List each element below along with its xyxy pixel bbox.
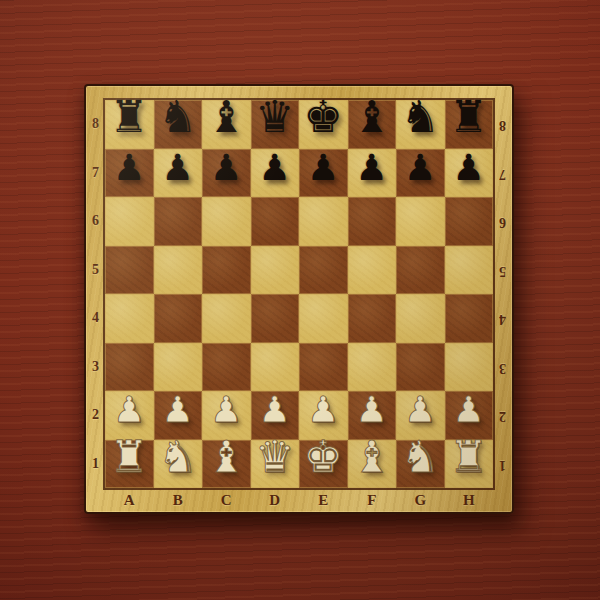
piece-white-knight[interactable]: ♞ (401, 435, 440, 479)
square-d5[interactable] (251, 246, 300, 295)
square-g5[interactable] (396, 246, 445, 295)
square-h4[interactable] (445, 294, 494, 343)
square-b7[interactable]: ♟ (154, 149, 203, 198)
square-e1[interactable]: ♚ (299, 440, 348, 489)
square-f4[interactable] (348, 294, 397, 343)
piece-black-rook[interactable]: ♜ (449, 95, 488, 139)
square-a4[interactable] (105, 294, 154, 343)
rank-label-right-3: 3 (493, 343, 512, 392)
square-h7[interactable]: ♟ (445, 149, 494, 198)
square-d6[interactable] (251, 197, 300, 246)
piece-black-pawn[interactable]: ♟ (307, 150, 339, 186)
piece-black-bishop[interactable]: ♝ (352, 95, 391, 139)
piece-white-pawn[interactable]: ♟ (404, 392, 436, 428)
file-label-h: H (445, 488, 494, 512)
square-d7[interactable]: ♟ (251, 149, 300, 198)
rank-label-right-2: 2 (493, 391, 512, 440)
square-b1[interactable]: ♞ (154, 440, 203, 489)
square-c6[interactable] (202, 197, 251, 246)
square-f6[interactable] (348, 197, 397, 246)
square-d8[interactable]: ♛ (251, 100, 300, 149)
piece-black-pawn[interactable]: ♟ (162, 150, 194, 186)
piece-white-pawn[interactable]: ♟ (259, 392, 291, 428)
file-label-f: F (348, 488, 397, 512)
piece-black-rook[interactable]: ♜ (110, 95, 149, 139)
square-c7[interactable]: ♟ (202, 149, 251, 198)
square-a1[interactable]: ♜ (105, 440, 154, 489)
square-g3[interactable] (396, 343, 445, 392)
square-h1[interactable]: ♜ (445, 440, 494, 489)
square-f8[interactable]: ♝ (348, 100, 397, 149)
square-a5[interactable] (105, 246, 154, 295)
square-f5[interactable] (348, 246, 397, 295)
piece-white-pawn[interactable]: ♟ (453, 392, 485, 428)
square-h3[interactable] (445, 343, 494, 392)
piece-black-pawn[interactable]: ♟ (113, 150, 145, 186)
piece-white-rook[interactable]: ♜ (110, 435, 149, 479)
square-h6[interactable] (445, 197, 494, 246)
square-c4[interactable] (202, 294, 251, 343)
square-h5[interactable] (445, 246, 494, 295)
piece-white-king[interactable]: ♚ (304, 435, 343, 479)
square-g1[interactable]: ♞ (396, 440, 445, 489)
piece-white-bishop[interactable]: ♝ (352, 435, 391, 479)
square-c5[interactable] (202, 246, 251, 295)
square-e7[interactable]: ♟ (299, 149, 348, 198)
piece-white-pawn[interactable]: ♟ (113, 392, 145, 428)
piece-black-pawn[interactable]: ♟ (453, 150, 485, 186)
square-a7[interactable]: ♟ (105, 149, 154, 198)
piece-white-pawn[interactable]: ♟ (162, 392, 194, 428)
square-c3[interactable] (202, 343, 251, 392)
board-grid: ♜♞♝♛♚♝♞♜♟♟♟♟♟♟♟♟♟♟♟♟♟♟♟♟♜♞♝♛♚♝♞♜ (103, 98, 495, 490)
square-b8[interactable]: ♞ (154, 100, 203, 149)
piece-black-king[interactable]: ♚ (304, 95, 343, 139)
rank-label-right-7: 7 (493, 149, 512, 198)
piece-white-pawn[interactable]: ♟ (210, 392, 242, 428)
square-f1[interactable]: ♝ (348, 440, 397, 489)
square-a8[interactable]: ♜ (105, 100, 154, 149)
rank-labels-right: 87654321 (493, 100, 512, 488)
piece-black-pawn[interactable]: ♟ (259, 150, 291, 186)
square-b6[interactable] (154, 197, 203, 246)
piece-black-pawn[interactable]: ♟ (356, 150, 388, 186)
piece-black-knight[interactable]: ♞ (401, 95, 440, 139)
piece-black-queen[interactable]: ♛ (255, 95, 294, 139)
piece-black-pawn[interactable]: ♟ (404, 150, 436, 186)
piece-white-rook[interactable]: ♜ (449, 435, 488, 479)
rank-label-right-1: 1 (493, 440, 512, 489)
square-e8[interactable]: ♚ (299, 100, 348, 149)
square-b4[interactable] (154, 294, 203, 343)
piece-black-pawn[interactable]: ♟ (210, 150, 242, 186)
square-d3[interactable] (251, 343, 300, 392)
square-g7[interactable]: ♟ (396, 149, 445, 198)
square-c8[interactable]: ♝ (202, 100, 251, 149)
square-g4[interactable] (396, 294, 445, 343)
file-labels-bottom: ABCDEFGH (105, 488, 493, 512)
piece-white-knight[interactable]: ♞ (158, 435, 197, 479)
square-g6[interactable] (396, 197, 445, 246)
square-a3[interactable] (105, 343, 154, 392)
square-e4[interactable] (299, 294, 348, 343)
square-h8[interactable]: ♜ (445, 100, 494, 149)
piece-white-pawn[interactable]: ♟ (307, 392, 339, 428)
rank-label-right-8: 8 (493, 100, 512, 149)
file-label-a: A (105, 488, 154, 512)
chess-board: 87654321 87654321 ABCDEFGH ♜♞♝♛♚♝♞♜♟♟♟♟♟… (84, 84, 514, 514)
piece-black-knight[interactable]: ♞ (158, 95, 197, 139)
square-e5[interactable] (299, 246, 348, 295)
square-f3[interactable] (348, 343, 397, 392)
rank-label-right-6: 6 (493, 197, 512, 246)
square-b5[interactable] (154, 246, 203, 295)
rank-label-right-5: 5 (493, 246, 512, 295)
square-e3[interactable] (299, 343, 348, 392)
square-b3[interactable] (154, 343, 203, 392)
square-e6[interactable] (299, 197, 348, 246)
piece-black-bishop[interactable]: ♝ (207, 95, 246, 139)
piece-white-pawn[interactable]: ♟ (356, 392, 388, 428)
square-d4[interactable] (251, 294, 300, 343)
square-a6[interactable] (105, 197, 154, 246)
file-label-g: G (396, 488, 445, 512)
file-label-b: B (154, 488, 203, 512)
square-f7[interactable]: ♟ (348, 149, 397, 198)
square-g8[interactable]: ♞ (396, 100, 445, 149)
rank-label-right-4: 4 (493, 294, 512, 343)
file-label-c: C (202, 488, 251, 512)
file-label-d: D (251, 488, 300, 512)
piece-white-bishop[interactable]: ♝ (207, 435, 246, 479)
square-d1[interactable]: ♛ (251, 440, 300, 489)
file-label-e: E (299, 488, 348, 512)
piece-white-queen[interactable]: ♛ (255, 435, 294, 479)
square-c1[interactable]: ♝ (202, 440, 251, 489)
wood-table-background: 87654321 87654321 ABCDEFGH ♜♞♝♛♚♝♞♜♟♟♟♟♟… (0, 0, 600, 600)
